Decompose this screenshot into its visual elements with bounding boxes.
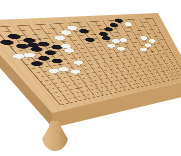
goban-photo-scene: ●●●●●●●●●●●●●●●●●●●●●●●●●●●●●●●●●●●●●●●	[0, 0, 181, 156]
board-leg	[41, 121, 69, 151]
